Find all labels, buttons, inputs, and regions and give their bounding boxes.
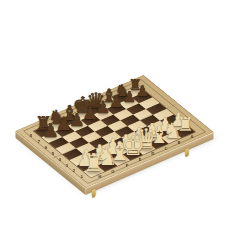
product-photo-chess-set: HGFEDCBA12345678 ♜♞♝♛♚♝♞♜♟♟♟♟♟♟♟♟♟♟♟♟♟♟♟… [0, 0, 235, 235]
folding-chess-board [16, 75, 214, 188]
brass-clasp-icon [92, 189, 96, 199]
brass-clasp-icon [185, 148, 189, 158]
